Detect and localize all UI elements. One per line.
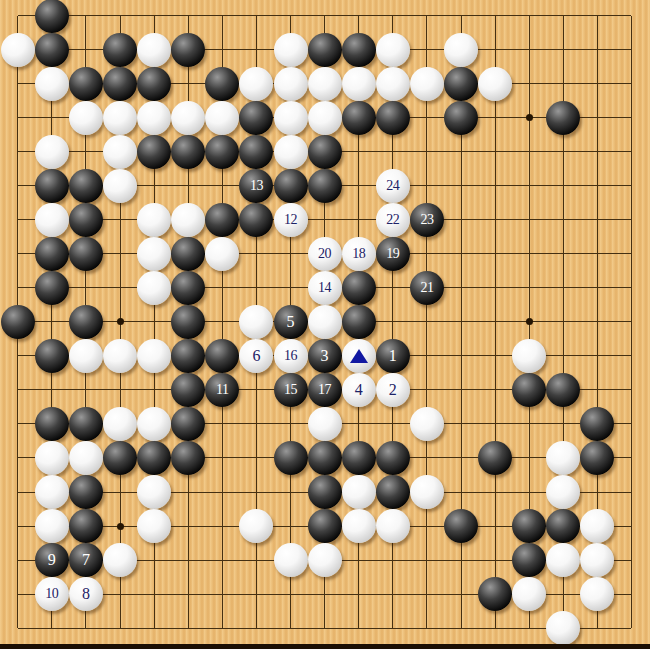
black-stone[interactable]	[171, 373, 205, 407]
black-stone[interactable]	[69, 169, 103, 203]
black-stone[interactable]	[69, 67, 103, 101]
move-number-label: 13	[250, 179, 263, 193]
black-stone[interactable]	[171, 271, 205, 305]
black-stone[interactable]: 13	[239, 169, 273, 203]
black-stone[interactable]	[308, 475, 342, 509]
white-stone[interactable]	[342, 509, 376, 543]
black-stone[interactable]: 1	[376, 339, 410, 373]
move-number-label: 21	[420, 281, 433, 295]
move-number-label: 8	[82, 586, 90, 602]
white-stone[interactable]	[274, 101, 308, 135]
black-stone[interactable]	[69, 509, 103, 543]
white-stone[interactable]	[274, 33, 308, 67]
move-number-label: 17	[318, 383, 331, 397]
white-stone[interactable]	[137, 33, 171, 67]
black-stone[interactable]	[171, 407, 205, 441]
white-stone[interactable]	[35, 509, 69, 543]
white-stone[interactable]: 16	[274, 339, 308, 373]
black-stone[interactable]	[274, 169, 308, 203]
move-number-label: 18	[352, 247, 365, 261]
black-stone[interactable]	[205, 203, 239, 237]
go-board[interactable]: 132412222320181914215616311115174297108	[0, 0, 650, 649]
black-stone[interactable]	[35, 339, 69, 373]
black-stone[interactable]	[103, 33, 137, 67]
star-point	[117, 523, 124, 530]
white-stone[interactable]	[274, 543, 308, 577]
board-bottom-edge-shadow	[0, 644, 650, 649]
white-stone[interactable]	[103, 339, 137, 373]
white-stone[interactable]	[410, 67, 444, 101]
black-stone[interactable]: 9	[35, 543, 69, 577]
black-stone[interactable]	[35, 271, 69, 305]
white-stone[interactable]	[308, 407, 342, 441]
white-stone[interactable]	[342, 67, 376, 101]
white-stone[interactable]	[35, 135, 69, 169]
black-stone[interactable]	[171, 33, 205, 67]
black-stone[interactable]	[205, 339, 239, 373]
white-stone[interactable]	[308, 67, 342, 101]
black-stone[interactable]	[342, 271, 376, 305]
black-stone[interactable]: 11	[205, 373, 239, 407]
black-stone[interactable]	[342, 441, 376, 475]
black-stone[interactable]	[376, 101, 410, 135]
black-stone[interactable]	[239, 101, 273, 135]
move-number-label: 24	[386, 179, 399, 193]
white-stone[interactable]	[137, 509, 171, 543]
white-stone[interactable]	[308, 543, 342, 577]
black-stone[interactable]	[512, 543, 546, 577]
move-number-label: 14	[318, 281, 331, 295]
white-stone[interactable]	[410, 407, 444, 441]
black-stone[interactable]	[580, 441, 614, 475]
black-stone[interactable]	[35, 33, 69, 67]
white-stone[interactable]	[274, 135, 308, 169]
black-stone[interactable]	[103, 67, 137, 101]
black-stone[interactable]	[137, 67, 171, 101]
star-point	[526, 318, 533, 325]
white-stone[interactable]	[103, 101, 137, 135]
white-stone[interactable]	[137, 407, 171, 441]
white-stone[interactable]	[546, 611, 580, 645]
black-stone[interactable]	[137, 135, 171, 169]
white-stone[interactable]	[239, 305, 273, 339]
black-stone[interactable]	[69, 407, 103, 441]
white-stone[interactable]	[205, 101, 239, 135]
white-stone[interactable]	[69, 101, 103, 135]
white-stone[interactable]	[546, 543, 580, 577]
white-stone[interactable]	[137, 101, 171, 135]
move-number-label: 20	[318, 247, 331, 261]
black-stone[interactable]	[342, 101, 376, 135]
white-stone[interactable]	[580, 509, 614, 543]
white-stone[interactable]	[205, 237, 239, 271]
white-stone[interactable]	[580, 543, 614, 577]
black-stone[interactable]: 23	[410, 203, 444, 237]
white-stone[interactable]	[171, 203, 205, 237]
move-number-label: 2	[389, 382, 397, 398]
black-stone[interactable]	[35, 0, 69, 33]
white-stone[interactable]	[376, 67, 410, 101]
move-number-label: 3	[321, 348, 329, 364]
black-stone[interactable]: 3	[308, 339, 342, 373]
black-stone[interactable]	[171, 441, 205, 475]
black-stone[interactable]: 5	[274, 305, 308, 339]
white-stone[interactable]	[137, 271, 171, 305]
white-stone[interactable]	[342, 475, 376, 509]
white-stone[interactable]	[35, 67, 69, 101]
white-stone[interactable]: 6	[239, 339, 273, 373]
move-number-label: 10	[45, 587, 58, 601]
white-stone[interactable]: 24	[376, 169, 410, 203]
black-stone[interactable]	[205, 135, 239, 169]
black-stone[interactable]	[308, 169, 342, 203]
grid-line-horizontal	[18, 219, 632, 220]
black-stone[interactable]	[478, 577, 512, 611]
white-stone[interactable]	[239, 509, 273, 543]
white-stone[interactable]	[478, 67, 512, 101]
black-stone[interactable]: 7	[69, 543, 103, 577]
white-stone[interactable]	[103, 407, 137, 441]
black-stone[interactable]	[69, 305, 103, 339]
white-stone[interactable]	[35, 203, 69, 237]
white-stone[interactable]	[410, 475, 444, 509]
white-stone[interactable]: 4	[342, 373, 376, 407]
black-stone[interactable]	[342, 33, 376, 67]
white-stone[interactable]	[137, 339, 171, 373]
move-number-label: 11	[216, 383, 228, 397]
go-game-screenshot: 132412222320181914215616311115174297108	[0, 0, 650, 649]
white-stone[interactable]	[546, 475, 580, 509]
move-number-label: 12	[284, 213, 297, 227]
black-stone[interactable]: 15	[274, 373, 308, 407]
black-stone[interactable]	[171, 237, 205, 271]
white-stone[interactable]	[69, 441, 103, 475]
black-stone[interactable]	[1, 305, 35, 339]
black-stone[interactable]	[205, 67, 239, 101]
black-stone[interactable]	[35, 169, 69, 203]
white-stone[interactable]: 10	[35, 577, 69, 611]
black-stone[interactable]	[444, 101, 478, 135]
black-stone[interactable]: 19	[376, 237, 410, 271]
black-stone[interactable]	[308, 135, 342, 169]
white-stone[interactable]	[137, 475, 171, 509]
white-stone[interactable]	[103, 169, 137, 203]
white-stone[interactable]	[274, 67, 308, 101]
move-number-label: 4	[355, 382, 363, 398]
white-stone[interactable]: 8	[69, 577, 103, 611]
white-stone[interactable]	[35, 475, 69, 509]
grid-line-horizontal	[18, 15, 632, 16]
star-point	[526, 114, 533, 121]
move-number-label: 1	[389, 348, 397, 364]
black-stone[interactable]	[444, 67, 478, 101]
white-stone[interactable]: 20	[308, 237, 342, 271]
black-stone[interactable]	[308, 33, 342, 67]
move-number-label: 9	[48, 552, 56, 568]
black-stone[interactable]	[137, 441, 171, 475]
black-stone[interactable]	[546, 101, 580, 135]
black-stone[interactable]	[376, 475, 410, 509]
black-stone[interactable]	[342, 305, 376, 339]
white-stone[interactable]	[546, 441, 580, 475]
black-stone[interactable]	[512, 373, 546, 407]
black-stone[interactable]	[444, 509, 478, 543]
black-stone[interactable]	[239, 203, 273, 237]
white-stone[interactable]	[308, 305, 342, 339]
white-stone[interactable]	[1, 33, 35, 67]
white-stone[interactable]	[376, 509, 410, 543]
black-stone[interactable]	[35, 237, 69, 271]
black-stone[interactable]	[69, 475, 103, 509]
white-stone[interactable]	[444, 33, 478, 67]
white-stone[interactable]	[376, 33, 410, 67]
white-stone[interactable]: 2	[376, 373, 410, 407]
move-number-label: 6	[252, 348, 260, 364]
move-number-label: 23	[420, 213, 433, 227]
black-stone[interactable]	[580, 407, 614, 441]
white-stone[interactable]	[512, 577, 546, 611]
star-point	[117, 318, 124, 325]
move-number-label: 15	[284, 383, 297, 397]
white-stone[interactable]	[103, 543, 137, 577]
black-stone[interactable]	[274, 441, 308, 475]
white-stone[interactable]: 18	[342, 237, 376, 271]
move-number-label: 22	[386, 213, 399, 227]
black-stone[interactable]	[69, 203, 103, 237]
move-number-label: 16	[284, 349, 297, 363]
white-stone[interactable]	[35, 441, 69, 475]
black-stone[interactable]	[308, 509, 342, 543]
white-stone[interactable]: 22	[376, 203, 410, 237]
white-stone[interactable]	[512, 339, 546, 373]
black-stone[interactable]	[171, 135, 205, 169]
white-stone[interactable]: 14	[308, 271, 342, 305]
black-stone[interactable]: 17	[308, 373, 342, 407]
black-stone[interactable]	[35, 407, 69, 441]
black-stone[interactable]	[69, 237, 103, 271]
move-number-label: 5	[287, 314, 295, 330]
white-stone[interactable]	[308, 101, 342, 135]
move-number-label: 19	[386, 247, 399, 261]
black-stone[interactable]	[308, 441, 342, 475]
black-stone[interactable]	[478, 441, 512, 475]
white-stone[interactable]: 12	[274, 203, 308, 237]
black-stone[interactable]: 21	[410, 271, 444, 305]
black-stone[interactable]	[376, 441, 410, 475]
black-stone[interactable]	[546, 373, 580, 407]
move-number-label: 7	[82, 552, 90, 568]
white-stone[interactable]	[580, 577, 614, 611]
white-stone[interactable]	[137, 237, 171, 271]
black-stone[interactable]	[103, 441, 137, 475]
black-stone[interactable]	[171, 305, 205, 339]
white-stone[interactable]	[239, 67, 273, 101]
white-stone[interactable]	[69, 339, 103, 373]
black-stone[interactable]	[239, 135, 273, 169]
black-stone[interactable]	[171, 339, 205, 373]
white-stone[interactable]	[137, 203, 171, 237]
black-stone[interactable]	[546, 509, 580, 543]
white-stone[interactable]	[103, 135, 137, 169]
grid-line-horizontal	[18, 628, 632, 629]
white-stone[interactable]	[171, 101, 205, 135]
black-stone[interactable]	[512, 509, 546, 543]
triangle-marker	[350, 349, 368, 363]
